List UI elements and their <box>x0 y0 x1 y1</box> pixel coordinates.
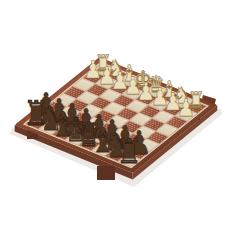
product-photo: ♜♞♝♚♛♝♞♜♟♟♟♟♟♟♟♟♟♟♟♟♟♟♟♟♜♞♝♚♛♝♞♜ <box>0 0 230 230</box>
board-foot-front <box>97 166 115 180</box>
